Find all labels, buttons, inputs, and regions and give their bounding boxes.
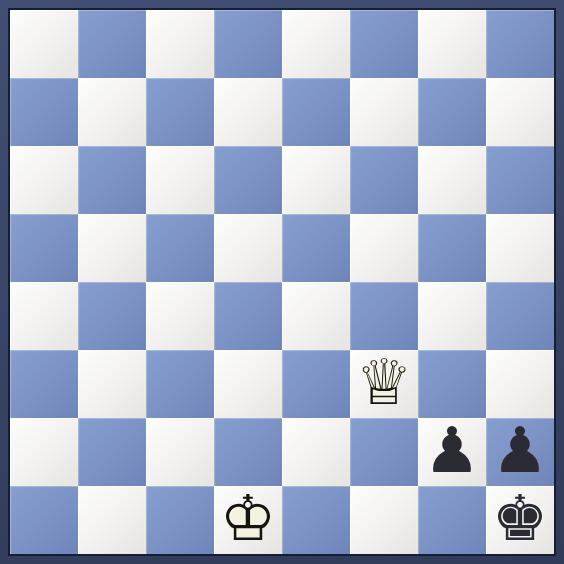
square-f8[interactable]	[350, 10, 418, 78]
square-f6[interactable]	[350, 146, 418, 214]
square-e6[interactable]	[282, 146, 350, 214]
square-f1[interactable]	[350, 486, 418, 554]
square-b2[interactable]	[78, 418, 146, 486]
square-c7[interactable]	[146, 78, 214, 146]
square-b3[interactable]	[78, 350, 146, 418]
square-b6[interactable]	[78, 146, 146, 214]
square-f3[interactable]: ♛♕	[350, 350, 418, 418]
square-h3[interactable]	[486, 350, 554, 418]
square-h6[interactable]	[486, 146, 554, 214]
square-a5[interactable]	[10, 214, 78, 282]
square-b4[interactable]	[78, 282, 146, 350]
square-c4[interactable]	[146, 282, 214, 350]
square-b5[interactable]	[78, 214, 146, 282]
black-king-glyph: ♚	[486, 486, 554, 554]
square-d8[interactable]	[214, 10, 282, 78]
square-d2[interactable]	[214, 418, 282, 486]
square-f5[interactable]	[350, 214, 418, 282]
white-king[interactable]: ♚♔	[214, 486, 282, 554]
black-pawn-glyph: ♟	[486, 418, 554, 486]
board-frame: ♛♕♟♟♚♔♚	[0, 0, 564, 564]
black-pawn-glyph: ♟	[418, 418, 486, 486]
square-c6[interactable]	[146, 146, 214, 214]
square-c8[interactable]	[146, 10, 214, 78]
square-b8[interactable]	[78, 10, 146, 78]
square-c3[interactable]	[146, 350, 214, 418]
square-d1[interactable]: ♚♔	[214, 486, 282, 554]
square-h4[interactable]	[486, 282, 554, 350]
square-g5[interactable]	[418, 214, 486, 282]
black-pawn[interactable]: ♟	[486, 418, 554, 486]
square-d5[interactable]	[214, 214, 282, 282]
square-h7[interactable]	[486, 78, 554, 146]
square-g2[interactable]: ♟	[418, 418, 486, 486]
square-h8[interactable]	[486, 10, 554, 78]
square-c2[interactable]	[146, 418, 214, 486]
square-e8[interactable]	[282, 10, 350, 78]
square-g1[interactable]	[418, 486, 486, 554]
square-a3[interactable]	[10, 350, 78, 418]
square-h2[interactable]: ♟	[486, 418, 554, 486]
square-e5[interactable]	[282, 214, 350, 282]
square-f7[interactable]	[350, 78, 418, 146]
square-d3[interactable]	[214, 350, 282, 418]
square-e3[interactable]	[282, 350, 350, 418]
square-a2[interactable]	[10, 418, 78, 486]
square-d4[interactable]	[214, 282, 282, 350]
square-b7[interactable]	[78, 78, 146, 146]
square-h5[interactable]	[486, 214, 554, 282]
square-a7[interactable]	[10, 78, 78, 146]
white-king-outline-glyph: ♔	[214, 486, 282, 554]
square-d7[interactable]	[214, 78, 282, 146]
square-g3[interactable]	[418, 350, 486, 418]
square-d6[interactable]	[214, 146, 282, 214]
square-a6[interactable]	[10, 146, 78, 214]
square-g8[interactable]	[418, 10, 486, 78]
square-e1[interactable]	[282, 486, 350, 554]
square-c5[interactable]	[146, 214, 214, 282]
square-g7[interactable]	[418, 78, 486, 146]
square-f2[interactable]	[350, 418, 418, 486]
square-b1[interactable]	[78, 486, 146, 554]
white-queen[interactable]: ♛♕	[350, 350, 418, 418]
square-a8[interactable]	[10, 10, 78, 78]
square-c1[interactable]	[146, 486, 214, 554]
black-king[interactable]: ♚	[486, 486, 554, 554]
black-pawn[interactable]: ♟	[418, 418, 486, 486]
square-e2[interactable]	[282, 418, 350, 486]
square-g6[interactable]	[418, 146, 486, 214]
white-queen-outline-glyph: ♕	[350, 350, 418, 418]
square-e7[interactable]	[282, 78, 350, 146]
square-f4[interactable]	[350, 282, 418, 350]
square-a4[interactable]	[10, 282, 78, 350]
square-g4[interactable]	[418, 282, 486, 350]
square-h1[interactable]: ♚	[486, 486, 554, 554]
chess-board: ♛♕♟♟♚♔♚	[10, 10, 554, 554]
square-e4[interactable]	[282, 282, 350, 350]
square-a1[interactable]	[10, 486, 78, 554]
